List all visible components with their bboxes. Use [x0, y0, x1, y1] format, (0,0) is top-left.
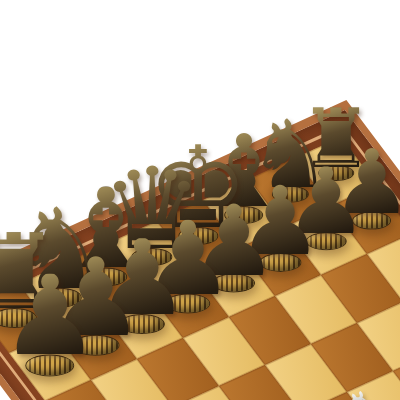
piece-glyph: ♝ — [199, 133, 289, 211]
piece-glyph: ♞ — [339, 391, 386, 400]
piece-base — [84, 268, 127, 287]
piece-base — [165, 294, 210, 314]
piece-base — [132, 248, 173, 266]
chess-piece-knight-g1: ♞ — [248, 117, 332, 202]
piece-glyph: ♟ — [48, 255, 145, 339]
offboard-silver-piece-sliver: ♞ — [339, 391, 386, 400]
chess-piece-pawn-a2: ♟ — [0, 273, 100, 377]
piece-base — [0, 309, 36, 329]
chess-piece-rook-h1: ♜ — [299, 107, 373, 182]
piece-base — [212, 274, 255, 293]
chess-piece-bishop-c1: ♝ — [56, 186, 156, 287]
piece-base — [318, 166, 354, 182]
piece-glyph: ♟ — [190, 202, 278, 278]
chess-piece-pawn-g2: ♟ — [285, 166, 367, 251]
piece-glyph: ♟ — [0, 273, 100, 360]
chess-piece-rook-a1: ♜ — [0, 232, 61, 329]
chess-piece-pawn-e2: ♟ — [190, 202, 278, 292]
piece-glyph: ♝ — [56, 186, 156, 273]
piece-base — [259, 253, 301, 272]
chess-piece-pawn-d2: ♟ — [142, 219, 233, 314]
piece-base — [352, 212, 391, 230]
piece-base — [119, 315, 165, 335]
piece-base — [225, 206, 264, 224]
piece-glyph: ♚ — [147, 143, 248, 231]
chess-piece-knight-b1: ♞ — [10, 205, 110, 307]
chess-set-photo: ♜♞♝♛♚♝♞♜♟♟♟♟♟♟♟♟♞ — [0, 0, 400, 400]
piece-glyph: ♟ — [142, 219, 233, 299]
piece-glyph: ♛ — [101, 164, 202, 252]
piece-base — [72, 335, 120, 356]
piece-glyph: ♜ — [299, 107, 373, 171]
piece-base — [25, 355, 74, 377]
piece-glyph: ♞ — [248, 117, 332, 190]
piece-glyph: ♞ — [10, 205, 110, 292]
chess-piece-king-e1: ♚ — [147, 143, 248, 244]
piece-glyph: ♟ — [285, 166, 367, 238]
chess-piece-bishop-f1: ♝ — [199, 133, 289, 224]
piece-glyph: ♜ — [0, 232, 61, 314]
piece-base — [38, 288, 82, 308]
piece-base — [178, 227, 218, 245]
piece-glyph: ♟ — [95, 238, 189, 320]
piece-base — [305, 233, 346, 251]
pieces-layer: ♜♞♝♛♚♝♞♜♟♟♟♟♟♟♟♟♞ — [0, 0, 400, 400]
piece-glyph: ♟ — [237, 183, 322, 257]
chess-piece-queen-d1: ♛ — [101, 164, 202, 265]
chess-piece-pawn-h2: ♟ — [332, 147, 400, 229]
chess-piece-pawn-b2: ♟ — [48, 255, 145, 355]
piece-base — [272, 186, 309, 203]
chess-piece-pawn-f2: ♟ — [237, 183, 322, 271]
piece-glyph: ♟ — [332, 147, 400, 216]
chess-piece-pawn-c2: ♟ — [95, 238, 189, 335]
